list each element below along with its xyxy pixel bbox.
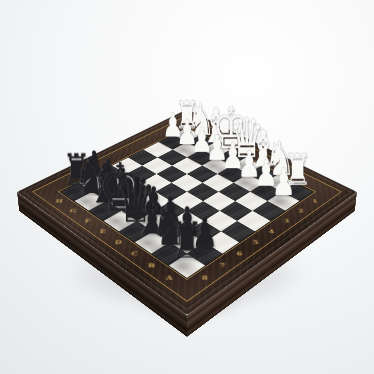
piece-black-rook-a8[interactable]: ♜ (147, 215, 227, 265)
chess-product-render: ♜♞♝♚♛♝♞♜♟♟♟♟♟♟♟♟♟♟♟♟♟♟♟♟♜♞♝♚♛♝♞♜ HGFEDCB… (0, 0, 374, 374)
board-top-surface: ♜♞♝♚♛♝♞♜♟♟♟♟♟♟♟♟♟♟♟♟♟♟♟♟♜♞♝♚♛♝♞♜ HGFEDCB… (17, 109, 357, 315)
chess-board: ♜♞♝♚♛♝♞♜♟♟♟♟♟♟♟♟♟♟♟♟♟♟♟♟♜♞♝♚♛♝♞♜ HGFEDCB… (17, 109, 357, 315)
perspective-stage: ♜♞♝♚♛♝♞♜♟♟♟♟♟♟♟♟♟♟♟♟♟♟♟♟♜♞♝♚♛♝♞♜ HGFEDCB… (0, 0, 374, 374)
piece-white-pawn-a2[interactable]: ♟ (248, 163, 319, 201)
